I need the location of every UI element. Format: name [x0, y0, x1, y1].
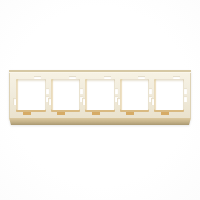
product-photo: [0, 0, 200, 200]
aperture-notch-left: [82, 98, 85, 105]
aperture-notch-right-upper: [115, 88, 118, 94]
aperture-notch-right-upper: [184, 88, 187, 94]
aperture-notch-left: [151, 98, 154, 105]
aperture-notch-left: [117, 98, 120, 105]
frame-aperture: [51, 79, 81, 112]
frame-aperture: [85, 79, 115, 112]
aperture-notch-top: [138, 76, 145, 79]
frame-aperture: [120, 79, 150, 112]
aperture-notch-right-upper: [149, 88, 152, 94]
aperture-notch-bottom: [57, 112, 65, 115]
aperture-notch-bottom: [161, 112, 169, 115]
frame-face: [9, 70, 191, 118]
aperture-notch-right-upper: [46, 88, 49, 94]
aperture-notch-top: [104, 76, 111, 79]
aperture-notch-right-lower: [184, 96, 187, 102]
frame-aperture: [154, 79, 184, 112]
aperture-notch-left: [48, 98, 51, 105]
aperture-notch-left: [13, 98, 16, 105]
switch-frame: [9, 70, 191, 125]
aperture-notch-top: [34, 76, 41, 79]
frame-side-band: [9, 118, 191, 125]
aperture-notch-bottom: [23, 112, 31, 115]
aperture-notch-bottom: [126, 112, 134, 115]
aperture-notch-top: [69, 76, 76, 79]
aperture-notch-right-upper: [80, 88, 83, 94]
aperture-notch-bottom: [92, 112, 100, 115]
frame-aperture: [16, 79, 46, 112]
aperture-notch-top: [173, 76, 180, 79]
